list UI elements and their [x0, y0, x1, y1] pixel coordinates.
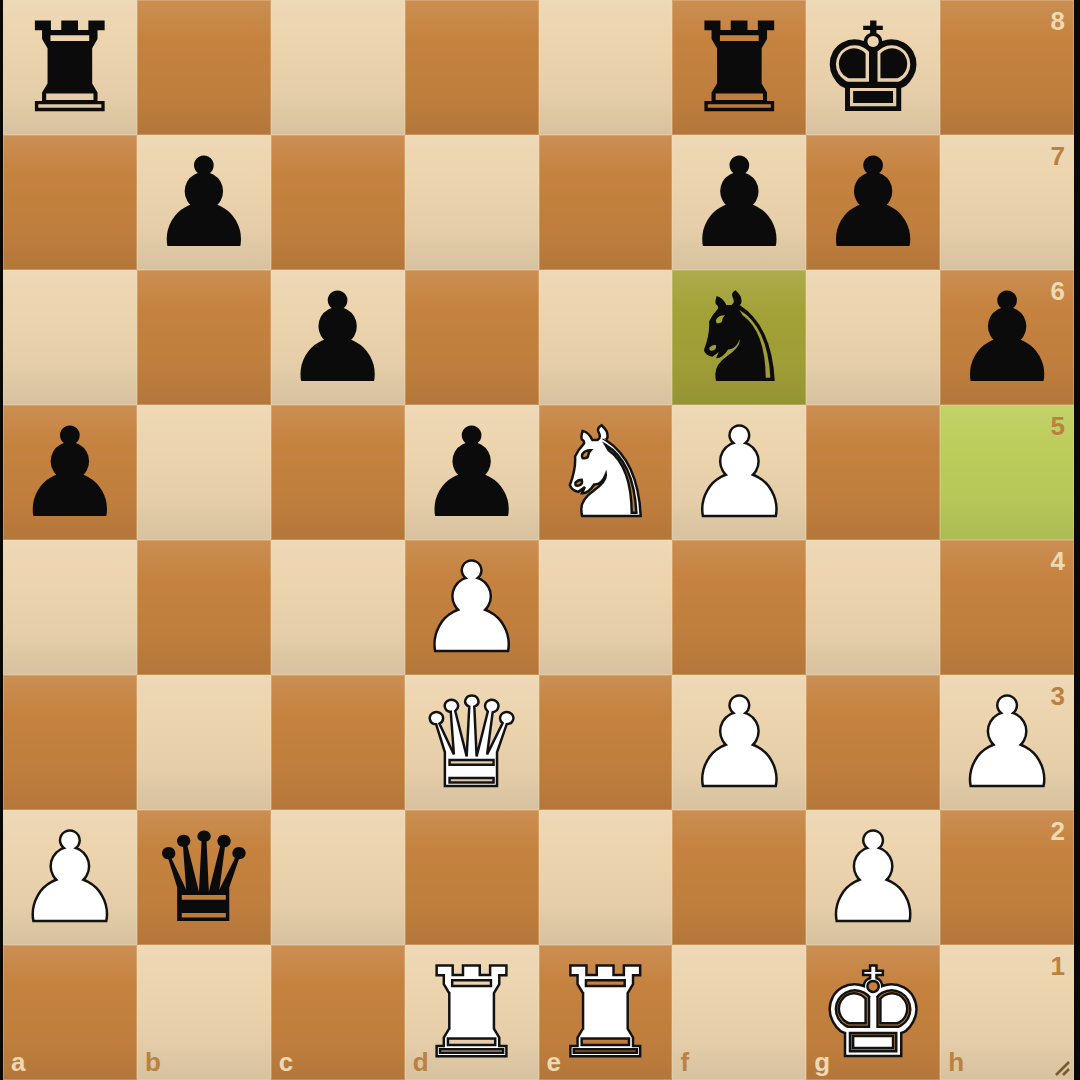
black-rook-icon[interactable]: ♜: [672, 0, 806, 135]
square-d8[interactable]: [405, 0, 539, 135]
square-h5[interactable]: 5: [940, 405, 1074, 540]
square-d5[interactable]: ♟: [405, 405, 539, 540]
square-b7[interactable]: ♟: [137, 135, 271, 270]
black-pawn-icon[interactable]: ♟: [137, 135, 271, 270]
square-e3[interactable]: [539, 675, 673, 810]
square-c4[interactable]: [271, 540, 405, 675]
square-h2[interactable]: 2: [940, 810, 1074, 945]
square-f6[interactable]: ♞: [672, 270, 806, 405]
square-f3[interactable]: ♟: [672, 675, 806, 810]
square-d2[interactable]: [405, 810, 539, 945]
rank-label-1: 1: [1051, 953, 1065, 979]
square-a2[interactable]: ♟: [3, 810, 137, 945]
square-e1[interactable]: e♜: [539, 945, 673, 1080]
square-h3[interactable]: 3♟: [940, 675, 1074, 810]
white-rook-icon[interactable]: ♜: [539, 945, 673, 1080]
white-pawn-icon[interactable]: ♟: [405, 540, 539, 675]
black-pawn-icon[interactable]: ♟: [3, 405, 137, 540]
square-b8[interactable]: [137, 0, 271, 135]
square-c7[interactable]: [271, 135, 405, 270]
square-a6[interactable]: [3, 270, 137, 405]
square-e5[interactable]: ♞: [539, 405, 673, 540]
square-a3[interactable]: [3, 675, 137, 810]
square-h6[interactable]: 6♟: [940, 270, 1074, 405]
square-g2[interactable]: ♟: [806, 810, 940, 945]
square-a1[interactable]: a: [3, 945, 137, 1080]
square-b5[interactable]: [137, 405, 271, 540]
square-g7[interactable]: ♟: [806, 135, 940, 270]
square-c3[interactable]: [271, 675, 405, 810]
square-d7[interactable]: [405, 135, 539, 270]
file-label-h: h: [948, 1049, 964, 1075]
square-e2[interactable]: [539, 810, 673, 945]
square-d4[interactable]: ♟: [405, 540, 539, 675]
square-b1[interactable]: b: [137, 945, 271, 1080]
square-g6[interactable]: [806, 270, 940, 405]
black-pawn-icon[interactable]: ♟: [271, 270, 405, 405]
white-pawn-icon[interactable]: ♟: [806, 810, 940, 945]
square-g5[interactable]: [806, 405, 940, 540]
square-f1[interactable]: f: [672, 945, 806, 1080]
square-c2[interactable]: [271, 810, 405, 945]
chess-board: ♜♜♚8♟♟♟7♟♞6♟♟♟♞♟5♟4♛♟3♟♟♛♟2abcd♜e♜fg♚1h: [3, 0, 1074, 1080]
square-c5[interactable]: [271, 405, 405, 540]
square-h1[interactable]: 1h: [940, 945, 1074, 1080]
square-g8[interactable]: ♚: [806, 0, 940, 135]
square-e7[interactable]: [539, 135, 673, 270]
white-pawn-icon[interactable]: ♟: [940, 675, 1074, 810]
rank-label-8: 8: [1051, 8, 1065, 34]
file-label-f: f: [680, 1049, 689, 1075]
square-b3[interactable]: [137, 675, 271, 810]
file-label-b: b: [145, 1049, 161, 1075]
rank-label-7: 7: [1051, 143, 1065, 169]
square-g4[interactable]: [806, 540, 940, 675]
rank-label-2: 2: [1051, 818, 1065, 844]
white-pawn-icon[interactable]: ♟: [3, 810, 137, 945]
square-b6[interactable]: [137, 270, 271, 405]
white-rook-icon[interactable]: ♜: [405, 945, 539, 1080]
square-e6[interactable]: [539, 270, 673, 405]
square-c8[interactable]: [271, 0, 405, 135]
square-f5[interactable]: ♟: [672, 405, 806, 540]
square-b2[interactable]: ♛: [137, 810, 271, 945]
black-rook-icon[interactable]: ♜: [3, 0, 137, 135]
square-g3[interactable]: [806, 675, 940, 810]
file-label-c: c: [279, 1049, 293, 1075]
square-a7[interactable]: [3, 135, 137, 270]
black-knight-icon[interactable]: ♞: [672, 270, 806, 405]
square-b4[interactable]: [137, 540, 271, 675]
square-a8[interactable]: ♜: [3, 0, 137, 135]
square-g1[interactable]: g♚: [806, 945, 940, 1080]
black-pawn-icon[interactable]: ♟: [405, 405, 539, 540]
white-pawn-icon[interactable]: ♟: [672, 675, 806, 810]
square-c1[interactable]: c: [271, 945, 405, 1080]
black-pawn-icon[interactable]: ♟: [940, 270, 1074, 405]
square-d1[interactable]: d♜: [405, 945, 539, 1080]
square-a5[interactable]: ♟: [3, 405, 137, 540]
black-pawn-icon[interactable]: ♟: [806, 135, 940, 270]
board-resize-handle-icon[interactable]: [1045, 1051, 1071, 1077]
square-h4[interactable]: 4: [940, 540, 1074, 675]
white-knight-icon[interactable]: ♞: [539, 405, 673, 540]
square-h8[interactable]: 8: [940, 0, 1074, 135]
square-f8[interactable]: ♜: [672, 0, 806, 135]
square-e4[interactable]: [539, 540, 673, 675]
square-f7[interactable]: ♟: [672, 135, 806, 270]
square-d6[interactable]: [405, 270, 539, 405]
square-h7[interactable]: 7: [940, 135, 1074, 270]
white-queen-icon[interactable]: ♛: [405, 675, 539, 810]
square-e8[interactable]: [539, 0, 673, 135]
black-pawn-icon[interactable]: ♟: [672, 135, 806, 270]
square-f4[interactable]: [672, 540, 806, 675]
file-label-a: a: [11, 1049, 25, 1075]
rank-label-5: 5: [1051, 413, 1065, 439]
white-king-icon[interactable]: ♚: [806, 945, 940, 1080]
square-c6[interactable]: ♟: [271, 270, 405, 405]
rank-label-4: 4: [1051, 548, 1065, 574]
black-queen-icon[interactable]: ♛: [137, 810, 271, 945]
square-a4[interactable]: [3, 540, 137, 675]
black-king-icon[interactable]: ♚: [806, 0, 940, 135]
white-pawn-icon[interactable]: ♟: [672, 405, 806, 540]
square-f2[interactable]: [672, 810, 806, 945]
square-d3[interactable]: ♛: [405, 675, 539, 810]
